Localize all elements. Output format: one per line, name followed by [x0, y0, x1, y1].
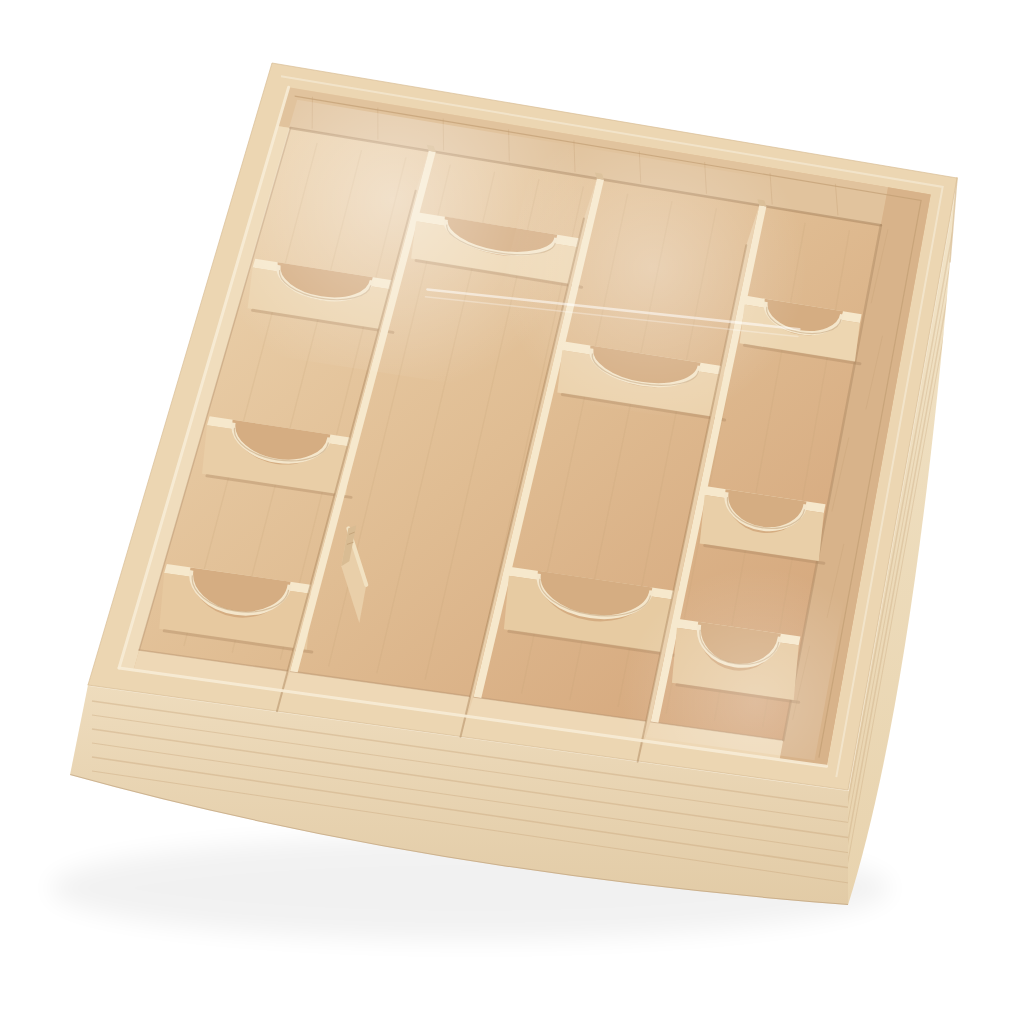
photo-stage — [0, 0, 1024, 1024]
wooden-compartment-box — [0, 0, 1024, 1024]
product-photo — [0, 0, 1024, 1024]
